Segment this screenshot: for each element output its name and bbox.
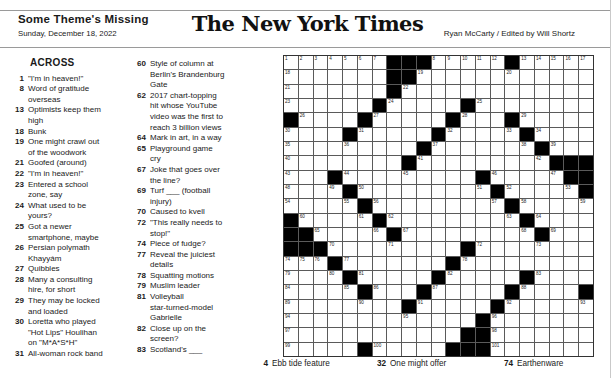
grid-cell[interactable] [328, 85, 342, 98]
grid-cell[interactable]: 15 [550, 56, 564, 69]
grid-cell[interactable] [550, 285, 564, 298]
grid-cell[interactable] [387, 185, 401, 198]
grid-cell[interactable] [491, 285, 505, 298]
grid-cell[interactable] [343, 156, 357, 169]
grid-cell[interactable] [505, 99, 519, 112]
grid-cell[interactable] [314, 328, 328, 341]
grid-cell[interactable] [402, 214, 416, 227]
grid-cell[interactable] [432, 343, 446, 356]
grid-cell[interactable]: 13 [520, 56, 534, 69]
grid-cell[interactable]: 37 [432, 142, 446, 155]
grid-cell[interactable] [476, 300, 490, 313]
grid-cell[interactable] [373, 257, 387, 270]
grid-cell[interactable] [564, 343, 578, 356]
grid-cell[interactable] [550, 242, 564, 255]
grid-cell[interactable] [505, 343, 519, 356]
grid-cell[interactable] [446, 156, 460, 169]
grid-cell[interactable]: 34 [535, 128, 549, 141]
grid-cell[interactable] [550, 214, 564, 227]
grid-cell[interactable] [432, 156, 446, 169]
grid-cell[interactable] [579, 242, 593, 255]
grid-cell[interactable]: 5 [343, 56, 357, 69]
grid-cell[interactable] [299, 156, 313, 169]
grid-cell[interactable] [446, 70, 460, 83]
grid-cell[interactable] [432, 328, 446, 341]
grid-cell[interactable]: 24 [387, 99, 401, 112]
grid-cell[interactable]: 70 [328, 242, 342, 255]
grid-cell[interactable] [520, 328, 534, 341]
grid-cell[interactable] [343, 300, 357, 313]
grid-cell[interactable] [343, 85, 357, 98]
grid-cell[interactable] [314, 70, 328, 83]
grid-cell[interactable] [402, 113, 416, 126]
grid-cell[interactable] [505, 171, 519, 184]
grid-cell[interactable]: 16 [564, 56, 578, 69]
grid-cell[interactable] [461, 171, 475, 184]
grid-cell[interactable] [387, 199, 401, 212]
grid-cell[interactable]: 73 [535, 242, 549, 255]
grid-cell[interactable] [373, 242, 387, 255]
grid-cell[interactable] [491, 99, 505, 112]
grid-cell[interactable] [550, 328, 564, 341]
grid-cell[interactable] [520, 314, 534, 327]
grid-cell[interactable] [432, 185, 446, 198]
grid-cell[interactable] [417, 185, 431, 198]
grid-cell[interactable] [476, 70, 490, 83]
grid-cell[interactable] [402, 271, 416, 284]
grid-cell[interactable] [343, 343, 357, 356]
grid-cell[interactable] [446, 328, 460, 341]
grid-cell[interactable] [505, 156, 519, 169]
grid-cell[interactable] [417, 171, 431, 184]
grid-cell[interactable]: 6 [358, 56, 372, 69]
grid-cell[interactable] [432, 171, 446, 184]
grid-cell[interactable] [579, 343, 593, 356]
grid-cell[interactable] [417, 242, 431, 255]
grid-cell[interactable]: 93 [579, 300, 593, 313]
grid-cell[interactable]: 82 [446, 271, 460, 284]
grid-cell[interactable] [505, 271, 519, 284]
grid-cell[interactable] [387, 156, 401, 169]
grid-cell[interactable] [461, 199, 475, 212]
grid-cell[interactable] [550, 85, 564, 98]
grid-cell[interactable] [564, 328, 578, 341]
grid-cell[interactable] [402, 343, 416, 356]
grid-cell[interactable]: 18 [284, 70, 298, 83]
grid-cell[interactable] [550, 343, 564, 356]
grid-cell[interactable]: 36 [343, 142, 357, 155]
grid-cell[interactable] [446, 185, 460, 198]
grid-cell[interactable] [328, 99, 342, 112]
grid-cell[interactable] [314, 156, 328, 169]
grid-cell[interactable] [373, 128, 387, 141]
grid-cell[interactable] [491, 271, 505, 284]
grid-cell[interactable] [328, 70, 342, 83]
grid-cell[interactable] [358, 85, 372, 98]
grid-cell[interactable]: 51 [476, 185, 490, 198]
grid-cell[interactable] [432, 300, 446, 313]
grid-cell[interactable] [476, 285, 490, 298]
grid-cell[interactable] [328, 285, 342, 298]
grid-cell[interactable]: 64 [535, 214, 549, 227]
grid-cell[interactable] [299, 85, 313, 98]
grid-cell[interactable] [446, 85, 460, 98]
grid-cell[interactable] [299, 128, 313, 141]
grid-cell[interactable] [446, 171, 460, 184]
grid-cell[interactable]: 88 [520, 285, 534, 298]
grid-cell[interactable]: 1 [284, 56, 298, 69]
grid-cell[interactable]: 38 [520, 142, 534, 155]
grid-cell[interactable] [328, 228, 342, 241]
grid-cell[interactable] [314, 99, 328, 112]
grid-cell[interactable] [535, 185, 549, 198]
grid-cell[interactable] [535, 328, 549, 341]
grid-cell[interactable] [432, 85, 446, 98]
grid-cell[interactable] [520, 257, 534, 270]
grid-cell[interactable] [417, 228, 431, 241]
grid-cell[interactable] [299, 142, 313, 155]
grid-cell[interactable]: 69 [550, 228, 564, 241]
grid-cell[interactable] [520, 99, 534, 112]
grid-cell[interactable] [491, 85, 505, 98]
grid-cell[interactable]: 12 [491, 56, 505, 69]
grid-cell[interactable] [491, 156, 505, 169]
grid-cell[interactable] [520, 171, 534, 184]
grid-cell[interactable] [579, 99, 593, 112]
grid-cell[interactable]: 99 [284, 343, 298, 356]
grid-cell[interactable]: 57 [491, 199, 505, 212]
grid-cell[interactable] [491, 70, 505, 83]
grid-cell[interactable] [476, 257, 490, 270]
grid-cell[interactable]: 20 [505, 70, 519, 83]
grid-cell[interactable] [550, 113, 564, 126]
grid-cell[interactable] [564, 257, 578, 270]
grid-cell[interactable]: 71 [387, 242, 401, 255]
grid-cell[interactable] [461, 228, 475, 241]
grid-cell[interactable] [299, 199, 313, 212]
grid-cell[interactable]: 65 [314, 228, 328, 241]
grid-cell[interactable] [564, 113, 578, 126]
grid-cell[interactable] [579, 271, 593, 284]
grid-cell[interactable] [461, 156, 475, 169]
grid-cell[interactable] [491, 128, 505, 141]
grid-cell[interactable] [328, 142, 342, 155]
grid-cell[interactable] [373, 271, 387, 284]
grid-cell[interactable] [446, 142, 460, 155]
grid-cell[interactable] [314, 300, 328, 313]
grid-cell[interactable] [387, 300, 401, 313]
grid-cell[interactable] [564, 242, 578, 255]
grid-cell[interactable]: 84 [284, 285, 298, 298]
grid-cell[interactable] [328, 128, 342, 141]
grid-cell[interactable] [550, 99, 564, 112]
grid-cell[interactable] [564, 142, 578, 155]
grid-cell[interactable] [402, 285, 416, 298]
grid-cell[interactable] [432, 257, 446, 270]
grid-cell[interactable] [358, 228, 372, 241]
grid-cell[interactable]: 61 [358, 214, 372, 227]
grid-cell[interactable] [550, 300, 564, 313]
grid-cell[interactable] [491, 257, 505, 270]
grid-cell[interactable]: 9 [446, 56, 460, 69]
grid-cell[interactable] [299, 99, 313, 112]
grid-cell[interactable]: 25 [476, 99, 490, 112]
grid-cell[interactable] [476, 271, 490, 284]
grid-cell[interactable] [358, 99, 372, 112]
grid-cell[interactable] [579, 314, 593, 327]
grid-cell[interactable]: 2 [299, 56, 313, 69]
grid-cell[interactable] [491, 214, 505, 227]
grid-cell[interactable] [343, 214, 357, 227]
grid-cell[interactable] [564, 128, 578, 141]
grid-cell[interactable] [446, 99, 460, 112]
grid-cell[interactable] [461, 314, 475, 327]
grid-cell[interactable] [505, 257, 519, 270]
grid-cell[interactable]: 86 [373, 285, 387, 298]
grid-cell[interactable] [446, 242, 460, 255]
grid-cell[interactable]: 67 [402, 228, 416, 241]
grid-cell[interactable] [505, 314, 519, 327]
grid-cell[interactable] [343, 70, 357, 83]
grid-cell[interactable]: 45 [402, 171, 416, 184]
grid-cell[interactable] [505, 85, 519, 98]
grid-cell[interactable] [579, 70, 593, 83]
grid-cell[interactable] [564, 271, 578, 284]
grid-cell[interactable] [461, 70, 475, 83]
grid-cell[interactable] [520, 156, 534, 169]
grid-cell[interactable] [476, 113, 490, 126]
grid-cell[interactable]: 81 [358, 271, 372, 284]
grid-cell[interactable] [417, 328, 431, 341]
grid-cell[interactable] [476, 228, 490, 241]
grid-cell[interactable] [387, 314, 401, 327]
grid-cell[interactable] [505, 142, 519, 155]
grid-cell[interactable]: 80 [328, 271, 342, 284]
grid-cell[interactable]: 90 [358, 300, 372, 313]
grid-cell[interactable] [387, 113, 401, 126]
grid-cell[interactable]: 62 [387, 214, 401, 227]
grid-cell[interactable] [402, 199, 416, 212]
grid-cell[interactable] [550, 314, 564, 327]
grid-cell[interactable] [476, 85, 490, 98]
grid-cell[interactable] [314, 185, 328, 198]
grid-cell[interactable] [417, 199, 431, 212]
grid-cell[interactable] [417, 271, 431, 284]
grid-cell[interactable]: 89 [284, 300, 298, 313]
grid-cell[interactable]: 95 [402, 314, 416, 327]
grid-cell[interactable]: 77 [343, 257, 357, 270]
grid-cell[interactable]: 79 [284, 271, 298, 284]
grid-cell[interactable]: 75 [299, 257, 313, 270]
grid-cell[interactable] [358, 328, 372, 341]
grid-cell[interactable] [564, 285, 578, 298]
grid-cell[interactable]: 87 [432, 285, 446, 298]
grid-cell[interactable] [520, 242, 534, 255]
grid-cell[interactable] [299, 328, 313, 341]
grid-cell[interactable]: 48 [284, 185, 298, 198]
grid-cell[interactable]: 58 [520, 199, 534, 212]
grid-cell[interactable] [579, 128, 593, 141]
grid-cell[interactable] [314, 314, 328, 327]
grid-cell[interactable] [491, 142, 505, 155]
grid-cell[interactable]: 14 [535, 56, 549, 69]
grid-cell[interactable] [387, 142, 401, 155]
grid-cell[interactable]: 29 [520, 113, 534, 126]
grid-cell[interactable] [299, 285, 313, 298]
grid-cell[interactable] [550, 199, 564, 212]
grid-cell[interactable] [579, 113, 593, 126]
grid-cell[interactable] [299, 271, 313, 284]
grid-cell[interactable] [432, 99, 446, 112]
grid-cell[interactable]: 56 [373, 199, 387, 212]
grid-cell[interactable] [535, 199, 549, 212]
grid-cell[interactable] [535, 171, 549, 184]
grid-cell[interactable] [432, 314, 446, 327]
grid-cell[interactable] [417, 343, 431, 356]
grid-cell[interactable] [387, 171, 401, 184]
grid-cell[interactable]: 63 [505, 214, 519, 227]
grid-cell[interactable] [402, 128, 416, 141]
grid-cell[interactable] [446, 228, 460, 241]
grid-cell[interactable]: 96 [491, 314, 505, 327]
grid-cell[interactable]: 26 [299, 113, 313, 126]
grid-cell[interactable] [564, 314, 578, 327]
grid-cell[interactable]: 3 [314, 56, 328, 69]
grid-cell[interactable]: 35 [284, 142, 298, 155]
grid-cell[interactable] [461, 142, 475, 155]
grid-cell[interactable] [373, 156, 387, 169]
grid-cell[interactable] [520, 70, 534, 83]
grid-cell[interactable] [358, 242, 372, 255]
grid-cell[interactable] [446, 300, 460, 313]
grid-cell[interactable]: 55 [343, 199, 357, 212]
grid-cell[interactable] [520, 300, 534, 313]
grid-cell[interactable] [564, 228, 578, 241]
grid-cell[interactable]: 101 [491, 343, 505, 356]
grid-cell[interactable]: 7 [373, 56, 387, 69]
grid-cell[interactable] [358, 70, 372, 83]
grid-cell[interactable] [387, 271, 401, 284]
grid-cell[interactable] [432, 199, 446, 212]
grid-cell[interactable] [476, 156, 490, 169]
grid-cell[interactable] [387, 343, 401, 356]
grid-cell[interactable] [564, 85, 578, 98]
grid-cell[interactable] [417, 314, 431, 327]
grid-cell[interactable]: 83 [535, 271, 549, 284]
grid-cell[interactable] [328, 214, 342, 227]
grid-cell[interactable] [461, 128, 475, 141]
grid-cell[interactable]: 74 [284, 257, 298, 270]
grid-cell[interactable] [343, 314, 357, 327]
grid-cell[interactable] [373, 70, 387, 83]
grid-cell[interactable] [373, 185, 387, 198]
grid-cell[interactable] [328, 314, 342, 327]
grid-cell[interactable]: 44 [343, 171, 357, 184]
grid-cell[interactable] [476, 142, 490, 155]
grid-cell[interactable] [328, 156, 342, 169]
grid-cell[interactable]: 94 [284, 314, 298, 327]
grid-cell[interactable] [299, 314, 313, 327]
grid-cell[interactable] [387, 328, 401, 341]
grid-cell[interactable] [358, 171, 372, 184]
grid-cell[interactable] [432, 242, 446, 255]
grid-cell[interactable]: 41 [417, 156, 431, 169]
grid-cell[interactable] [373, 85, 387, 98]
grid-cell[interactable] [564, 199, 578, 212]
grid-cell[interactable] [314, 113, 328, 126]
grid-cell[interactable]: 32 [446, 128, 460, 141]
grid-cell[interactable] [299, 171, 313, 184]
grid-cell[interactable]: 33 [505, 128, 519, 141]
grid-cell[interactable]: 98 [491, 328, 505, 341]
grid-cell[interactable] [373, 328, 387, 341]
grid-cell[interactable] [299, 70, 313, 83]
grid-cell[interactable] [343, 228, 357, 241]
grid-cell[interactable] [314, 171, 328, 184]
grid-cell[interactable]: 54 [284, 199, 298, 212]
grid-cell[interactable] [476, 128, 490, 141]
grid-cell[interactable] [535, 70, 549, 83]
grid-cell[interactable] [402, 185, 416, 198]
grid-cell[interactable] [299, 300, 313, 313]
grid-cell[interactable]: 66 [373, 228, 387, 241]
grid-cell[interactable] [564, 300, 578, 313]
grid-cell[interactable] [550, 128, 564, 141]
grid-cell[interactable] [476, 214, 490, 227]
grid-cell[interactable] [535, 257, 549, 270]
grid-cell[interactable] [432, 70, 446, 83]
grid-cell[interactable] [417, 99, 431, 112]
grid-cell[interactable] [417, 214, 431, 227]
grid-cell[interactable]: 11 [476, 56, 490, 69]
grid-cell[interactable] [343, 99, 357, 112]
grid-cell[interactable] [299, 343, 313, 356]
grid-cell[interactable] [505, 328, 519, 341]
grid-cell[interactable]: 17 [579, 56, 593, 69]
grid-cell[interactable] [461, 285, 475, 298]
grid-cell[interactable]: 28 [461, 113, 475, 126]
grid-cell[interactable] [491, 228, 505, 241]
grid-cell[interactable]: 47 [550, 171, 564, 184]
grid-cell[interactable]: 31 [358, 128, 372, 141]
grid-cell[interactable] [579, 328, 593, 341]
grid-cell[interactable] [579, 142, 593, 155]
grid-cell[interactable]: 78 [461, 257, 475, 270]
grid-cell[interactable]: 50 [358, 185, 372, 198]
grid-cell[interactable] [358, 142, 372, 155]
grid-cell[interactable]: 60 [299, 214, 313, 227]
grid-cell[interactable] [373, 171, 387, 184]
grid-cell[interactable] [535, 113, 549, 126]
grid-cell[interactable]: 39 [550, 142, 564, 155]
grid-cell[interactable] [535, 314, 549, 327]
grid-cell[interactable] [373, 300, 387, 313]
grid-cell[interactable] [432, 113, 446, 126]
grid-cell[interactable]: 21 [284, 85, 298, 98]
grid-cell[interactable] [402, 257, 416, 270]
grid-cell[interactable] [550, 271, 564, 284]
grid-cell[interactable]: 23 [284, 99, 298, 112]
grid-cell[interactable] [579, 85, 593, 98]
grid-cell[interactable] [579, 228, 593, 241]
grid-cell[interactable] [535, 285, 549, 298]
grid-cell[interactable] [535, 99, 549, 112]
grid-cell[interactable] [314, 271, 328, 284]
grid-cell[interactable] [461, 85, 475, 98]
grid-cell[interactable] [446, 199, 460, 212]
grid-cell[interactable] [550, 257, 564, 270]
grid-cell[interactable] [358, 314, 372, 327]
